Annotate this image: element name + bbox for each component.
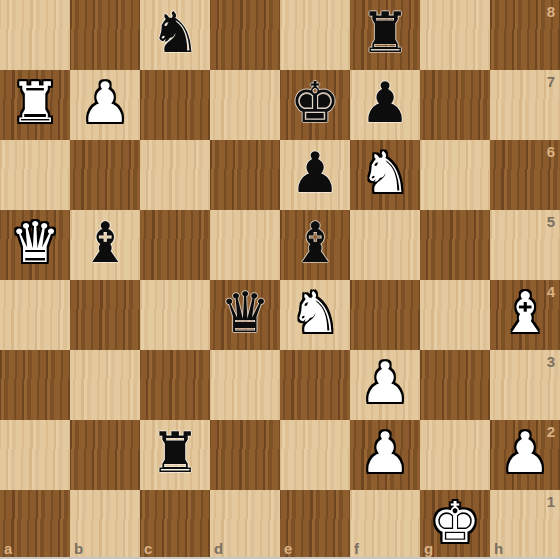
- white-pawn-h2[interactable]: ♟: [490, 420, 560, 490]
- square-a6[interactable]: [0, 140, 70, 210]
- file-label-a: a: [4, 541, 12, 556]
- square-e3[interactable]: [280, 350, 350, 420]
- square-h8[interactable]: 8: [490, 0, 560, 70]
- black-queen-d4[interactable]: ♛: [210, 280, 280, 350]
- square-d7[interactable]: [210, 70, 280, 140]
- square-d8[interactable]: [210, 0, 280, 70]
- square-g8[interactable]: [420, 0, 490, 70]
- square-f4[interactable]: [350, 280, 420, 350]
- square-h1[interactable]: 1h: [490, 490, 560, 559]
- square-a3[interactable]: [0, 350, 70, 420]
- square-f3[interactable]: ♟: [350, 350, 420, 420]
- square-h4[interactable]: 4♝: [490, 280, 560, 350]
- square-d6[interactable]: [210, 140, 280, 210]
- rank-label-7: 7: [547, 74, 555, 89]
- square-a4[interactable]: [0, 280, 70, 350]
- square-f2[interactable]: ♟: [350, 420, 420, 490]
- black-pawn-f7[interactable]: ♟: [350, 70, 420, 140]
- square-g5[interactable]: [420, 210, 490, 280]
- square-g1[interactable]: g♚: [420, 490, 490, 559]
- square-d2[interactable]: [210, 420, 280, 490]
- square-a5[interactable]: ♛: [0, 210, 70, 280]
- square-e7[interactable]: ♚: [280, 70, 350, 140]
- square-f1[interactable]: f: [350, 490, 420, 559]
- square-e4[interactable]: ♞: [280, 280, 350, 350]
- square-b7[interactable]: ♟: [70, 70, 140, 140]
- white-bishop-h4[interactable]: ♝: [490, 280, 560, 350]
- file-label-b: b: [74, 541, 83, 556]
- square-a1[interactable]: a: [0, 490, 70, 559]
- chess-board: ♞♜8♜♟♚♟7♟♞6♛♝♝5♛♞4♝♟3♜♟2♟abcdefg♚1h: [0, 0, 560, 559]
- square-g7[interactable]: [420, 70, 490, 140]
- black-rook-c2[interactable]: ♜: [140, 420, 210, 490]
- black-bishop-b5[interactable]: ♝: [70, 210, 140, 280]
- square-c2[interactable]: ♜: [140, 420, 210, 490]
- rank-label-5: 5: [547, 214, 555, 229]
- black-knight-c8[interactable]: ♞: [140, 0, 210, 70]
- square-a7[interactable]: ♜: [0, 70, 70, 140]
- square-h7[interactable]: 7: [490, 70, 560, 140]
- square-b1[interactable]: b: [70, 490, 140, 559]
- file-label-f: f: [354, 541, 359, 556]
- square-c5[interactable]: [140, 210, 210, 280]
- square-d3[interactable]: [210, 350, 280, 420]
- white-rook-a7[interactable]: ♜: [0, 70, 70, 140]
- chess-board-wrapper: ♞♜8♜♟♚♟7♟♞6♛♝♝5♛♞4♝♟3♜♟2♟abcdefg♚1h: [0, 0, 560, 559]
- square-b6[interactable]: [70, 140, 140, 210]
- square-e8[interactable]: [280, 0, 350, 70]
- square-c8[interactable]: ♞: [140, 0, 210, 70]
- square-b8[interactable]: [70, 0, 140, 70]
- square-c1[interactable]: c: [140, 490, 210, 559]
- square-e2[interactable]: [280, 420, 350, 490]
- square-e5[interactable]: ♝: [280, 210, 350, 280]
- black-pawn-e6[interactable]: ♟: [280, 140, 350, 210]
- square-h5[interactable]: 5: [490, 210, 560, 280]
- square-f5[interactable]: [350, 210, 420, 280]
- square-f6[interactable]: ♞: [350, 140, 420, 210]
- square-b5[interactable]: ♝: [70, 210, 140, 280]
- square-e1[interactable]: e: [280, 490, 350, 559]
- white-knight-f6[interactable]: ♞: [350, 140, 420, 210]
- white-knight-e4[interactable]: ♞: [280, 280, 350, 350]
- file-label-e: e: [284, 541, 292, 556]
- square-g6[interactable]: [420, 140, 490, 210]
- square-f8[interactable]: ♜: [350, 0, 420, 70]
- black-bishop-e5[interactable]: ♝: [280, 210, 350, 280]
- square-a2[interactable]: [0, 420, 70, 490]
- square-c3[interactable]: [140, 350, 210, 420]
- black-rook-f8[interactable]: ♜: [350, 0, 420, 70]
- square-c7[interactable]: [140, 70, 210, 140]
- square-h6[interactable]: 6: [490, 140, 560, 210]
- square-g2[interactable]: [420, 420, 490, 490]
- rank-label-8: 8: [547, 4, 555, 19]
- square-a8[interactable]: [0, 0, 70, 70]
- black-king-e7[interactable]: ♚: [280, 70, 350, 140]
- square-c4[interactable]: [140, 280, 210, 350]
- square-h3[interactable]: 3: [490, 350, 560, 420]
- white-pawn-f2[interactable]: ♟: [350, 420, 420, 490]
- file-label-d: d: [214, 541, 223, 556]
- white-pawn-b7[interactable]: ♟: [70, 70, 140, 140]
- rank-label-1: 1: [547, 494, 555, 509]
- file-label-h: h: [494, 541, 503, 556]
- square-b3[interactable]: [70, 350, 140, 420]
- white-queen-a5[interactable]: ♛: [0, 210, 70, 280]
- square-d1[interactable]: d: [210, 490, 280, 559]
- square-b4[interactable]: [70, 280, 140, 350]
- square-b2[interactable]: [70, 420, 140, 490]
- rank-label-6: 6: [547, 144, 555, 159]
- rank-label-3: 3: [547, 354, 555, 369]
- white-pawn-f3[interactable]: ♟: [350, 350, 420, 420]
- square-d4[interactable]: ♛: [210, 280, 280, 350]
- square-c6[interactable]: [140, 140, 210, 210]
- square-h2[interactable]: 2♟: [490, 420, 560, 490]
- square-e6[interactable]: ♟: [280, 140, 350, 210]
- square-g4[interactable]: [420, 280, 490, 350]
- square-d5[interactable]: [210, 210, 280, 280]
- square-f7[interactable]: ♟: [350, 70, 420, 140]
- square-g3[interactable]: [420, 350, 490, 420]
- white-king-g1[interactable]: ♚: [420, 490, 490, 559]
- file-label-c: c: [144, 541, 152, 556]
